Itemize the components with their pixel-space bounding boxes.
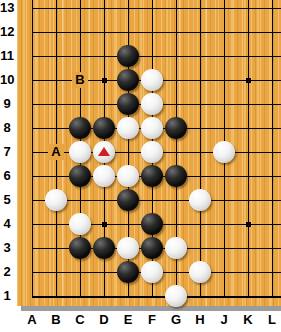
black-stone-E9[interactable] [117, 93, 139, 115]
white-stone-E3[interactable] [117, 237, 139, 259]
column-label-D: D [96, 311, 112, 329]
black-stone-F6[interactable] [141, 165, 163, 187]
column-label-J: J [216, 311, 232, 329]
row-label-4: 4 [0, 216, 14, 232]
white-stone-F8[interactable] [141, 117, 163, 139]
row-label-12: 12 [0, 24, 14, 40]
column-label-A: A [24, 311, 40, 329]
column-label-E: E [120, 311, 136, 329]
white-stone-F10[interactable] [141, 69, 163, 91]
black-stone-E2[interactable] [117, 261, 139, 283]
black-stone-E11[interactable] [117, 45, 139, 67]
white-stone-G1[interactable] [165, 285, 187, 307]
column-label-F: F [144, 311, 160, 329]
white-stone-F7[interactable] [141, 141, 163, 163]
white-stone-F9[interactable] [141, 93, 163, 115]
white-stone-J7[interactable] [213, 141, 235, 163]
row-label-2: 2 [0, 264, 14, 280]
white-stone-B5[interactable] [45, 189, 67, 211]
column-label-B: B [48, 311, 64, 329]
row-label-13: 13 [0, 0, 14, 16]
black-stone-C6[interactable] [69, 165, 91, 187]
white-stone-E6[interactable] [117, 165, 139, 187]
white-stone-C4[interactable] [69, 213, 91, 235]
column-label-C: C [72, 311, 88, 329]
black-stone-D3[interactable] [93, 237, 115, 259]
white-stone-H2[interactable] [189, 261, 211, 283]
row-label-1: 1 [0, 288, 14, 304]
column-label-L: L [264, 311, 280, 329]
last-move-triangle-marker [98, 147, 110, 156]
column-label-K: K [240, 311, 256, 329]
white-stone-G3[interactable] [165, 237, 187, 259]
black-stone-F3[interactable] [141, 237, 163, 259]
row-label-9: 9 [0, 96, 14, 112]
black-stone-E5[interactable] [117, 189, 139, 211]
black-stone-F4[interactable] [141, 213, 163, 235]
row-label-3: 3 [0, 240, 14, 256]
row-label-8: 8 [0, 120, 14, 136]
black-stone-E10[interactable] [117, 69, 139, 91]
row-label-10: 10 [0, 72, 14, 88]
white-stone-H5[interactable] [189, 189, 211, 211]
go-board-app: 13121110987654321ABCDEFGHJKLAB [0, 0, 281, 332]
point-label-A-B7[interactable]: A [48, 144, 64, 160]
black-stone-D8[interactable] [93, 117, 115, 139]
black-stone-C8[interactable] [69, 117, 91, 139]
column-label-H: H [192, 311, 208, 329]
black-stone-G6[interactable] [165, 165, 187, 187]
white-stone-D6[interactable] [93, 165, 115, 187]
white-stone-F2[interactable] [141, 261, 163, 283]
black-stone-G8[interactable] [165, 117, 187, 139]
row-label-6: 6 [0, 168, 14, 184]
white-stone-C7[interactable] [69, 141, 91, 163]
point-label-B-C10[interactable]: B [72, 72, 88, 88]
black-stone-C3[interactable] [69, 237, 91, 259]
row-label-7: 7 [0, 144, 14, 160]
white-stone-D7[interactable] [93, 141, 115, 163]
row-label-5: 5 [0, 192, 14, 208]
row-label-11: 11 [0, 48, 14, 64]
white-stone-E8[interactable] [117, 117, 139, 139]
column-label-G: G [168, 311, 184, 329]
